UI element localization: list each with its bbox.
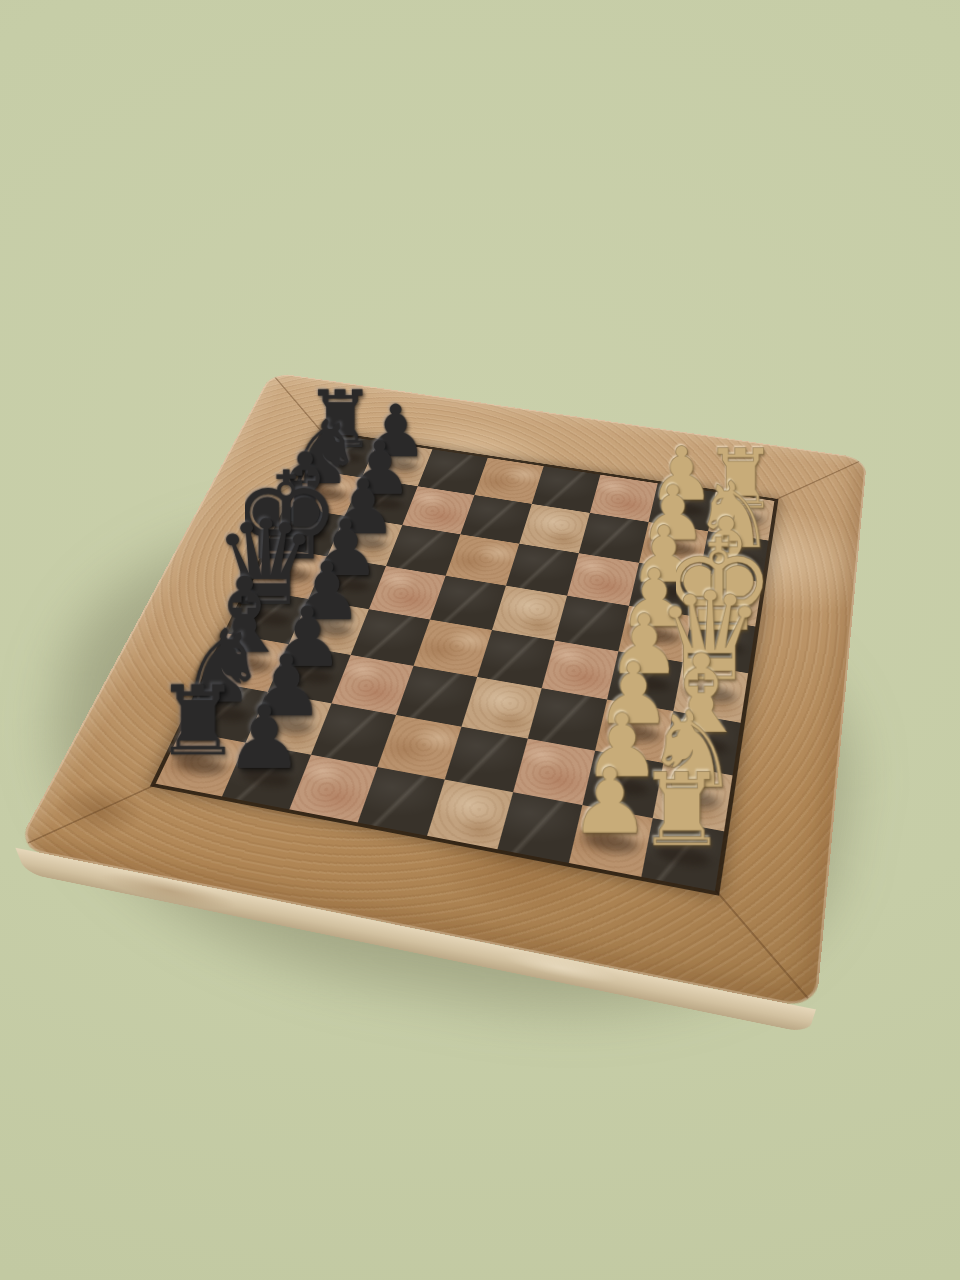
slab-side-right xyxy=(809,459,868,1034)
square-a4[interactable] xyxy=(427,780,513,850)
pawn-glyph: ♟ xyxy=(225,695,304,783)
square-c5[interactable] xyxy=(396,666,477,727)
square-b4[interactable] xyxy=(445,727,528,793)
square-d4[interactable] xyxy=(477,630,555,688)
border-miter-line xyxy=(28,778,168,843)
rook-glyph: ♜ xyxy=(637,761,727,862)
border-miter-line xyxy=(707,880,809,998)
piece-black-pawn-a7[interactable]: ♟ xyxy=(218,629,310,782)
board-slab: ♜♞♝♚♛♝♞♜♟♟♟♟♟♟♟♟♟♟♟♟♟♟♟♟♜♞♝♚♛♝♞♜ xyxy=(15,372,867,1009)
scene-background: ♜♞♝♚♛♝♞♜♟♟♟♟♟♟♟♟♟♟♟♟♟♟♟♟♜♞♝♚♛♝♞♜ xyxy=(0,0,960,1280)
square-c4[interactable] xyxy=(461,677,541,739)
square-b5[interactable] xyxy=(377,715,461,780)
square-e4[interactable] xyxy=(492,586,567,641)
square-a5[interactable] xyxy=(358,767,445,836)
piece-white-rook-a1[interactable]: ♜ xyxy=(634,701,730,861)
